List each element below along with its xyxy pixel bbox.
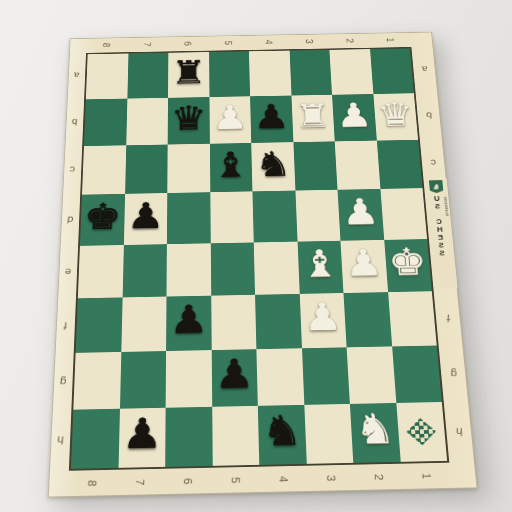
square-g3 (302, 347, 350, 405)
square-b6: ♛ (168, 97, 210, 145)
square-b1: ♛ (373, 93, 418, 140)
file-label-b: b (417, 92, 440, 140)
square-g7 (119, 351, 166, 409)
square-h2: ♞ (350, 403, 400, 463)
square-h3 (304, 404, 353, 464)
square-d8: ♚ (80, 194, 125, 245)
piece-black-pawn-h7: ♟ (121, 413, 162, 456)
piece-white-pawn-f3: ♟ (302, 297, 343, 336)
square-d6 (167, 192, 210, 243)
piece-white-pawn-e2: ♟ (344, 244, 384, 282)
square-b2: ♟ (332, 94, 376, 141)
file-label-g: g (441, 345, 467, 403)
piece-white-rook-b3: ♜ (294, 99, 331, 133)
square-e7 (122, 244, 167, 297)
square-b7 (126, 98, 168, 146)
square-h4: ♞ (258, 405, 306, 465)
square-f4 (255, 294, 301, 349)
square-b3: ♜ (291, 95, 335, 142)
piece-white-pawn-d2: ♟ (341, 193, 381, 229)
square-c5: ♝ (209, 143, 252, 192)
us-chess-shield-knight-icon: ♞ (428, 180, 443, 193)
piece-black-pawn-d7: ♟ (127, 197, 165, 233)
file-label-h: h (446, 402, 473, 463)
square-h8 (71, 409, 120, 469)
square-c8 (82, 145, 126, 194)
square-c3 (293, 142, 338, 191)
square-c1 (376, 140, 422, 189)
piece-black-pawn-f6: ♟ (169, 300, 208, 339)
piece-white-knight-h2: ♞ (353, 408, 396, 450)
square-h5 (212, 406, 260, 466)
piece-black-knight-c4: ♞ (254, 146, 292, 181)
file-label-f: f (436, 291, 461, 347)
square-g8 (73, 352, 121, 410)
square-b8 (84, 99, 127, 147)
square-g2 (347, 346, 396, 404)
square-a4 (249, 51, 291, 97)
square-d2: ♟ (338, 189, 384, 240)
piece-black-knight-h4: ♞ (261, 410, 303, 452)
square-e8 (78, 245, 124, 298)
square-f5 (211, 294, 257, 349)
square-h6 (165, 407, 212, 467)
square-d4 (252, 191, 297, 242)
square-g4 (256, 348, 303, 406)
piece-white-king-e1: ♚ (387, 243, 428, 281)
piece-white-pawn-b2: ♟ (335, 98, 373, 132)
square-g5: ♟ (211, 349, 258, 407)
square-e3: ♝ (297, 240, 343, 293)
square-e1: ♚ (384, 239, 432, 292)
piece-white-bishop-e3: ♝ (300, 245, 340, 283)
piece-black-rook-a6: ♜ (171, 56, 207, 88)
square-c2 (335, 141, 380, 190)
square-f8 (76, 297, 123, 353)
square-b4: ♟ (250, 96, 293, 144)
piece-black-king-d8: ♚ (83, 198, 122, 234)
us-chess-diamond-logo (406, 418, 438, 446)
file-label-a: a (413, 46, 436, 92)
square-a8 (86, 54, 128, 100)
square-d7: ♟ (123, 193, 167, 244)
square-d1 (380, 188, 427, 239)
square-h7: ♟ (118, 408, 166, 468)
square-h1 (396, 402, 447, 462)
chess-board-grid: ♜♛♟♟♜♟♛♝♞♚♟♟♝♟♚♟♟♟♟♞♞ (69, 47, 449, 471)
square-f3: ♟ (299, 293, 346, 348)
square-a6: ♜ (168, 52, 209, 98)
square-a5 (209, 51, 250, 97)
square-e5 (210, 242, 255, 295)
square-e6 (166, 243, 210, 296)
square-a2 (329, 49, 373, 95)
piece-black-pawn-b4: ♟ (253, 99, 290, 133)
square-f2 (343, 292, 391, 347)
us-chess-brand-subtext: FEDERATION (443, 197, 449, 217)
square-a3 (289, 50, 332, 96)
vinyl-chess-mat: 87654321 87654321 abcdefgh abcdefgh ♜♛♟♟… (48, 32, 478, 498)
square-e2: ♟ (340, 240, 387, 293)
piece-black-pawn-g5: ♟ (214, 354, 254, 395)
square-f7 (121, 296, 167, 352)
piece-black-bishop-c5: ♝ (212, 147, 249, 182)
square-c7 (125, 145, 168, 194)
photo-background: 87654321 87654321 abcdefgh abcdefgh ♜♛♟♟… (0, 0, 512, 512)
piece-white-pawn-b5: ♟ (212, 100, 248, 134)
square-c4: ♞ (251, 142, 295, 191)
square-d3 (295, 190, 340, 241)
square-g6 (166, 350, 212, 408)
square-f1 (388, 291, 437, 346)
square-b5: ♟ (209, 96, 251, 144)
square-f6: ♟ (166, 295, 211, 350)
square-c6 (167, 144, 210, 193)
piece-black-queen-b6: ♛ (170, 101, 206, 135)
square-e4 (254, 241, 300, 294)
piece-white-queen-b1: ♛ (376, 97, 415, 131)
square-a1 (370, 48, 414, 94)
square-g1 (392, 345, 442, 403)
square-a7 (127, 53, 168, 99)
square-d5 (210, 192, 254, 243)
